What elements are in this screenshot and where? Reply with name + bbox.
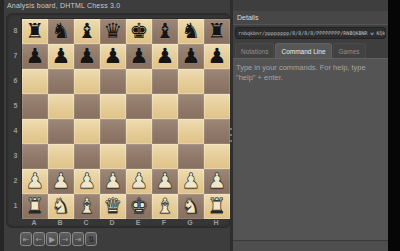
window-title: Analysis board, DHTML Chess 3.0 — [7, 2, 120, 9]
white-knight-piece[interactable]: ♞ — [52, 196, 71, 217]
square-a4[interactable] — [22, 119, 48, 144]
white-pawn-piece[interactable]: ♟ — [208, 171, 227, 192]
black-bishop-piece[interactable]: ♝ — [78, 21, 97, 42]
black-pawn-piece[interactable]: ♟ — [130, 46, 149, 67]
white-pawn-piece[interactable]: ♟ — [26, 171, 45, 192]
board-frame: 87654321 ♜♞♝♛♚♝♞♜♟♟♟♟♟♟♟♟♟♟♟♟♟♟♟♟♜♞♝♛♚♝♞… — [6, 13, 231, 228]
square-g6[interactable] — [178, 69, 204, 94]
square-d7[interactable]: ♟ — [100, 44, 126, 69]
square-e5[interactable] — [126, 94, 152, 119]
rank-label-8: 8 — [10, 18, 21, 43]
square-d8[interactable]: ♛ — [100, 19, 126, 44]
square-e6[interactable] — [126, 69, 152, 94]
square-b7[interactable]: ♟ — [48, 44, 74, 69]
black-bishop-piece[interactable]: ♝ — [156, 21, 175, 42]
white-pawn-piece[interactable]: ♟ — [104, 171, 123, 192]
white-bishop-piece[interactable]: ♝ — [78, 196, 97, 217]
square-d5[interactable] — [100, 94, 126, 119]
square-a5[interactable] — [22, 94, 48, 119]
black-king-piece[interactable]: ♚ — [130, 21, 149, 42]
square-g7[interactable]: ♟ — [178, 44, 204, 69]
square-a7[interactable]: ♟ — [22, 44, 48, 69]
square-a6[interactable] — [22, 69, 48, 94]
flip-board-button[interactable]: ⇅ — [85, 232, 97, 246]
square-h3[interactable] — [204, 144, 230, 169]
white-pawn-piece[interactable]: ♟ — [182, 171, 201, 192]
square-f7[interactable]: ♟ — [152, 44, 178, 69]
previous-move-button[interactable]: ← — [33, 232, 45, 246]
white-knight-piece[interactable]: ♞ — [182, 196, 201, 217]
rank-label-2: 2 — [10, 168, 21, 193]
square-g3[interactable] — [178, 144, 204, 169]
details-panel-footer — [233, 240, 388, 251]
next-move-button[interactable]: → — [59, 232, 71, 246]
chess-board[interactable]: ♜♞♝♛♚♝♞♜♟♟♟♟♟♟♟♟♟♟♟♟♟♟♟♟♜♞♝♛♚♝♞♜ — [21, 18, 229, 218]
square-b8[interactable]: ♞ — [48, 19, 74, 44]
play-button[interactable]: ▶ — [46, 232, 58, 246]
square-c4[interactable] — [74, 119, 100, 144]
square-b6[interactable] — [48, 69, 74, 94]
rank-labels: 87654321 — [10, 18, 21, 218]
details-panel: Details rnbqkbnr/pppppppp/8/8/8/8/PPPPPP… — [233, 0, 388, 251]
white-pawn-piece[interactable]: ♟ — [130, 171, 149, 192]
square-a1[interactable]: ♜ — [22, 194, 48, 219]
square-f4[interactable] — [152, 119, 178, 144]
square-e4[interactable] — [126, 119, 152, 144]
file-label-d: D — [99, 219, 125, 229]
square-g4[interactable] — [178, 119, 204, 144]
file-label-a: A — [21, 219, 47, 229]
navigation-toolbar: ⇤←▶→⇥⇅ — [20, 232, 97, 247]
file-label-e: E — [125, 219, 151, 229]
square-h6[interactable] — [204, 69, 230, 94]
square-b4[interactable] — [48, 119, 74, 144]
black-rook-piece[interactable]: ♜ — [26, 21, 45, 42]
square-e8[interactable]: ♚ — [126, 19, 152, 44]
square-h8[interactable]: ♜ — [204, 19, 230, 44]
file-label-h: H — [203, 219, 229, 229]
application-stage: Analysis board, DHTML Chess 3.0 87654321… — [0, 0, 400, 251]
square-h5[interactable] — [204, 94, 230, 119]
square-g2[interactable]: ♟ — [178, 169, 204, 194]
white-rook-piece[interactable]: ♜ — [208, 196, 227, 217]
square-e2[interactable]: ♟ — [126, 169, 152, 194]
black-pawn-piece[interactable]: ♟ — [208, 46, 227, 67]
file-labels: ABCDEFGH — [21, 219, 229, 229]
square-c8[interactable]: ♝ — [74, 19, 100, 44]
right-black-strip — [388, 0, 400, 251]
tab-games[interactable]: Games — [333, 43, 366, 58]
square-c6[interactable] — [74, 69, 100, 94]
square-h1[interactable]: ♜ — [204, 194, 230, 219]
square-g5[interactable] — [178, 94, 204, 119]
black-pawn-piece[interactable]: ♟ — [78, 46, 97, 67]
square-b2[interactable]: ♟ — [48, 169, 74, 194]
rank-label-5: 5 — [10, 93, 21, 118]
square-g8[interactable]: ♞ — [178, 19, 204, 44]
file-label-c: C — [73, 219, 99, 229]
white-bishop-piece[interactable]: ♝ — [156, 196, 175, 217]
black-pawn-piece[interactable]: ♟ — [52, 46, 71, 67]
square-g1[interactable]: ♞ — [178, 194, 204, 219]
white-queen-piece[interactable]: ♛ — [104, 196, 123, 217]
square-c5[interactable] — [74, 94, 100, 119]
black-knight-piece[interactable]: ♞ — [52, 21, 71, 42]
black-pawn-piece[interactable]: ♟ — [26, 46, 45, 67]
file-label-g: G — [177, 219, 203, 229]
square-a2[interactable]: ♟ — [22, 169, 48, 194]
square-h7[interactable]: ♟ — [204, 44, 230, 69]
square-f6[interactable] — [152, 69, 178, 94]
square-c7[interactable]: ♟ — [74, 44, 100, 69]
square-c1[interactable]: ♝ — [74, 194, 100, 219]
white-pawn-piece[interactable]: ♟ — [156, 171, 175, 192]
square-a3[interactable] — [22, 144, 48, 169]
square-d4[interactable] — [100, 119, 126, 144]
black-pawn-piece[interactable]: ♟ — [182, 46, 201, 67]
square-f3[interactable] — [152, 144, 178, 169]
black-pawn-piece[interactable]: ♟ — [104, 46, 123, 67]
square-b1[interactable]: ♞ — [48, 194, 74, 219]
square-d2[interactable]: ♟ — [100, 169, 126, 194]
square-c3[interactable] — [74, 144, 100, 169]
square-e7[interactable]: ♟ — [126, 44, 152, 69]
square-d3[interactable] — [100, 144, 126, 169]
square-h2[interactable]: ♟ — [204, 169, 230, 194]
black-rook-piece[interactable]: ♜ — [208, 21, 227, 42]
tab-notations[interactable]: Notations — [235, 43, 274, 58]
square-a8[interactable]: ♜ — [22, 19, 48, 44]
square-c2[interactable]: ♟ — [74, 169, 100, 194]
square-e1[interactable]: ♚ — [126, 194, 152, 219]
square-d1[interactable]: ♛ — [100, 194, 126, 219]
tab-command-line[interactable]: Command Line — [275, 43, 331, 58]
details-tabs: NotationsCommand LineGames — [235, 43, 388, 58]
rank-label-7: 7 — [10, 43, 21, 68]
file-label-b: B — [47, 219, 73, 229]
white-rook-piece[interactable]: ♜ — [26, 196, 45, 217]
details-panel-title: Details — [233, 11, 388, 25]
rank-label-1: 1 — [10, 193, 21, 218]
square-f2[interactable]: ♟ — [152, 169, 178, 194]
square-f8[interactable]: ♝ — [152, 19, 178, 44]
command-line-help-text: Type in your commands. For help, type "h… — [233, 59, 388, 87]
white-pawn-piece[interactable]: ♟ — [52, 171, 71, 192]
square-b5[interactable] — [48, 94, 74, 119]
file-label-f: F — [151, 219, 177, 229]
command-line-tab-content[interactable]: Type in your commands. For help, type "h… — [233, 58, 388, 240]
fen-input[interactable]: rnbqkbnr/pppppppp/8/8/8/8/PPPPPPPP/RNBQK… — [235, 27, 386, 39]
square-b3[interactable] — [48, 144, 74, 169]
square-h4[interactable] — [204, 119, 230, 144]
go-to-end-button[interactable]: ⇥ — [72, 232, 84, 246]
square-f1[interactable]: ♝ — [152, 194, 178, 219]
black-knight-piece[interactable]: ♞ — [182, 21, 201, 42]
square-d6[interactable] — [100, 69, 126, 94]
white-pawn-piece[interactable]: ♟ — [78, 171, 97, 192]
rank-label-6: 6 — [10, 68, 21, 93]
rank-label-4: 4 — [10, 118, 21, 143]
black-pawn-piece[interactable]: ♟ — [156, 46, 175, 67]
go-to-start-button[interactable]: ⇤ — [20, 232, 32, 246]
black-queen-piece[interactable]: ♛ — [104, 21, 123, 42]
square-e3[interactable] — [126, 144, 152, 169]
rank-label-3: 3 — [10, 143, 21, 168]
analysis-board-window: Analysis board, DHTML Chess 3.0 87654321… — [0, 0, 230, 251]
square-f5[interactable] — [152, 94, 178, 119]
white-king-piece[interactable]: ♚ — [130, 196, 149, 217]
